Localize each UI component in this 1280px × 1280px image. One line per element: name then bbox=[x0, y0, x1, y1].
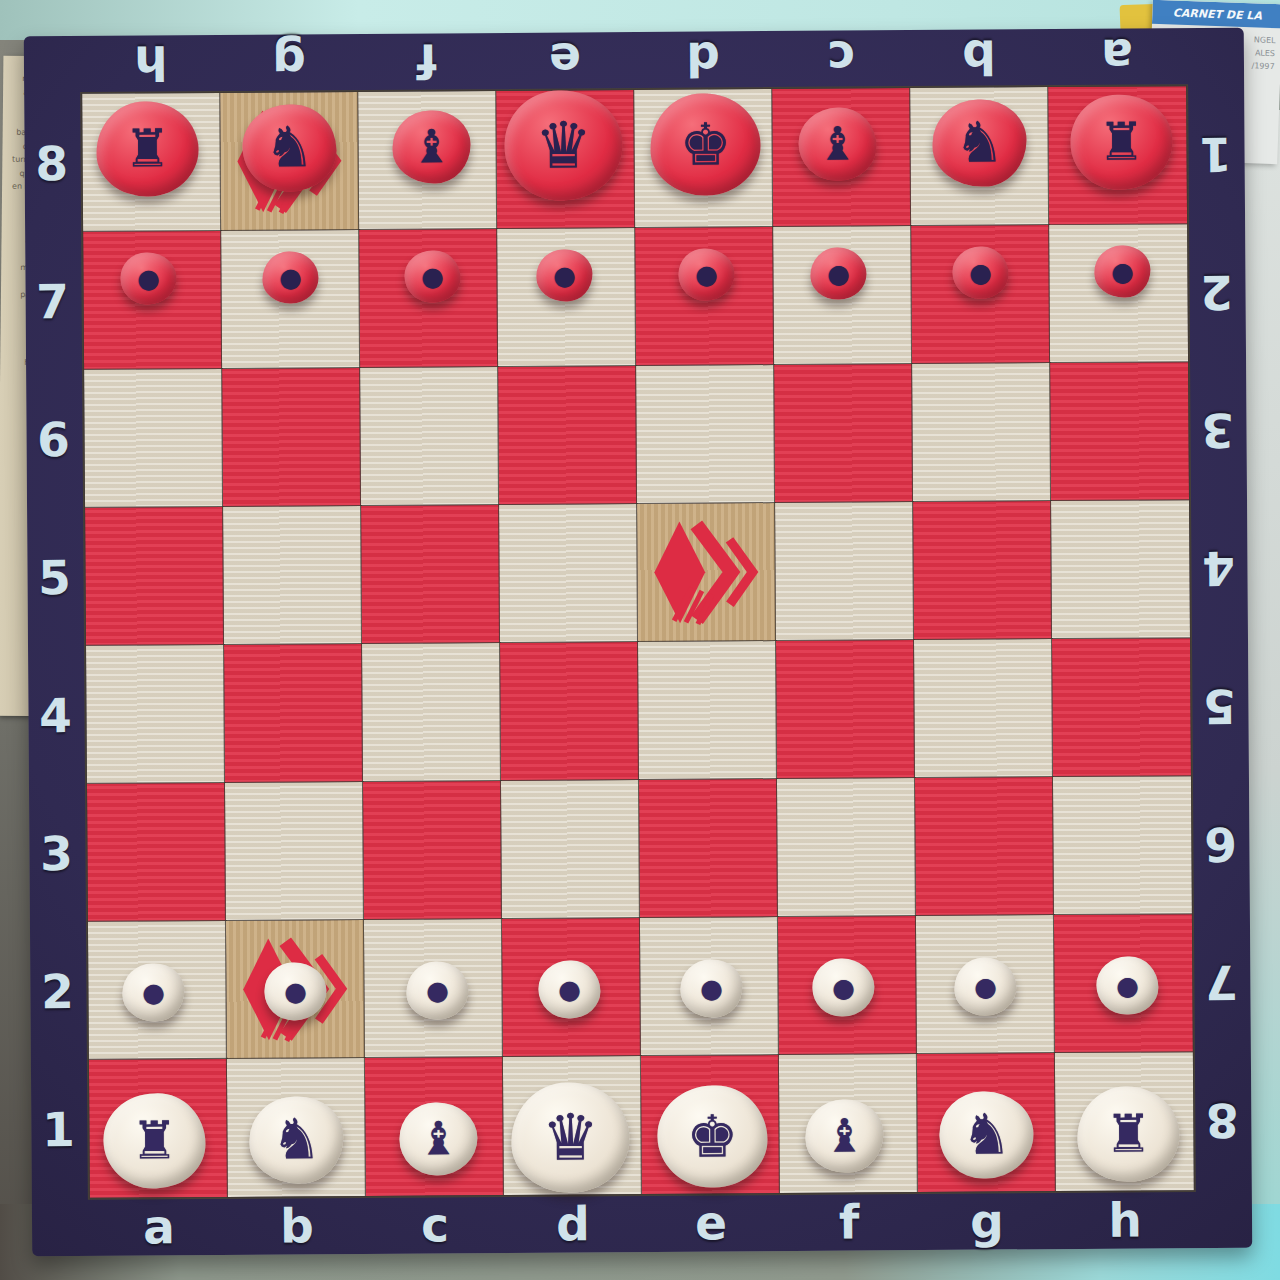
piece-red-pawn[interactable]: ● bbox=[262, 251, 318, 303]
piece-red-bishop[interactable]: ♝ bbox=[798, 107, 877, 181]
rook-glyph: ♜ bbox=[1105, 1107, 1152, 1159]
piece-red-knight[interactable]: ♞ bbox=[242, 104, 337, 192]
rank-label-left-7: 7 bbox=[23, 232, 82, 370]
square-a3[interactable] bbox=[87, 783, 226, 922]
rank-label-right-8: 8 bbox=[1193, 1052, 1252, 1190]
pawn-glyph: ● bbox=[426, 977, 449, 1003]
piece-white-pawn[interactable]: ● bbox=[406, 961, 468, 1019]
square-h8[interactable]: ♜ bbox=[1048, 86, 1187, 225]
king-glyph: ♚ bbox=[679, 115, 731, 173]
piece-white-pawn[interactable]: ● bbox=[680, 959, 742, 1017]
board-grid: ♜ ♞♝♛♚♝♞♜●●●●●●●● ● ●●●●●●●♜♞♝♛♚♝♞♜ bbox=[82, 86, 1194, 1198]
piece-white-knight[interactable]: ♞ bbox=[249, 1096, 344, 1184]
piece-white-bishop[interactable]: ♝ bbox=[805, 1099, 884, 1173]
piece-white-pawn[interactable]: ● bbox=[812, 958, 874, 1016]
piece-red-knight[interactable]: ♞ bbox=[932, 99, 1027, 187]
rank-label-left-6: 6 bbox=[24, 370, 83, 508]
square-d7[interactable]: ● bbox=[497, 228, 636, 367]
pawn-glyph: ● bbox=[279, 264, 302, 290]
file-label-bottom-h: h bbox=[1056, 1188, 1194, 1251]
piece-red-pawn[interactable]: ● bbox=[404, 250, 460, 302]
square-f1[interactable]: ♝ bbox=[779, 1054, 918, 1193]
square-d4[interactable] bbox=[500, 642, 639, 781]
square-a5[interactable] bbox=[85, 507, 224, 646]
pawn-glyph: ● bbox=[700, 975, 723, 1001]
bishop-glyph: ♝ bbox=[824, 1112, 866, 1158]
square-a7[interactable]: ● bbox=[83, 231, 222, 370]
file-label-bottom-c: c bbox=[366, 1193, 504, 1256]
square-h3[interactable] bbox=[1053, 776, 1192, 915]
square-g4[interactable] bbox=[914, 639, 1053, 778]
rook-glyph: ♜ bbox=[1098, 115, 1145, 167]
square-e7[interactable]: ● bbox=[635, 227, 774, 366]
square-g2[interactable]: ● bbox=[916, 915, 1055, 1054]
piece-white-bishop[interactable]: ♝ bbox=[399, 1102, 478, 1176]
file-label-top-c: c bbox=[772, 28, 910, 89]
pawn-glyph: ● bbox=[1116, 973, 1139, 999]
pawn-glyph: ● bbox=[137, 265, 160, 291]
square-e2[interactable]: ● bbox=[640, 917, 779, 1056]
square-b8[interactable]: ♞ bbox=[220, 92, 359, 231]
square-f6[interactable] bbox=[774, 364, 913, 503]
square-e4[interactable] bbox=[638, 641, 777, 780]
queen-glyph: ♛ bbox=[535, 113, 593, 177]
square-b5[interactable] bbox=[223, 506, 362, 645]
pawn-glyph: ● bbox=[827, 261, 850, 287]
rank-label-right-6: 6 bbox=[1191, 776, 1250, 914]
file-label-bottom-g: g bbox=[918, 1189, 1056, 1252]
queen-glyph: ♛ bbox=[542, 1105, 600, 1169]
hive-logo-icon bbox=[647, 511, 767, 633]
file-label-top-g: g bbox=[220, 32, 358, 93]
left-rank-labels: 87654321 bbox=[22, 94, 88, 1198]
piece-red-pawn[interactable]: ● bbox=[810, 247, 866, 299]
rank-label-right-3: 3 bbox=[1188, 362, 1247, 500]
piece-red-pawn[interactable]: ● bbox=[952, 246, 1008, 298]
square-a1[interactable]: ♜ bbox=[89, 1059, 228, 1198]
bottom-file-labels: abcdefgh bbox=[90, 1188, 1194, 1258]
square-c4[interactable] bbox=[362, 643, 501, 782]
piece-red-pawn[interactable]: ● bbox=[120, 252, 176, 304]
knight-glyph: ♞ bbox=[264, 119, 315, 175]
rank-label-left-2: 2 bbox=[28, 922, 87, 1060]
file-label-top-e: e bbox=[496, 30, 634, 91]
piece-white-rook[interactable]: ♜ bbox=[103, 1093, 206, 1189]
rook-glyph: ♜ bbox=[131, 1114, 178, 1166]
square-e5[interactable] bbox=[637, 503, 776, 642]
piece-red-bishop[interactable]: ♝ bbox=[392, 110, 471, 184]
pawn-glyph: ● bbox=[142, 979, 165, 1005]
file-label-top-h: h bbox=[82, 33, 220, 94]
square-e1[interactable]: ♚ bbox=[641, 1055, 780, 1194]
knight-glyph: ♞ bbox=[961, 1106, 1012, 1162]
piece-white-pawn[interactable]: ● bbox=[954, 957, 1016, 1015]
piece-red-pawn[interactable]: ● bbox=[1094, 245, 1150, 297]
rank-label-right-1: 1 bbox=[1186, 86, 1245, 224]
chess-board: hgfedcba abcdefgh 87654321 12345678 ♜ ♞♝… bbox=[24, 28, 1252, 1256]
piece-white-rook[interactable]: ♜ bbox=[1077, 1086, 1180, 1182]
piece-white-king[interactable]: ♚ bbox=[657, 1085, 768, 1188]
square-e8[interactable]: ♚ bbox=[634, 89, 773, 228]
bishop-glyph: ♝ bbox=[817, 120, 859, 166]
piece-red-queen[interactable]: ♛ bbox=[504, 90, 623, 201]
piece-white-pawn[interactable]: ● bbox=[538, 960, 600, 1018]
square-c2[interactable]: ● bbox=[364, 919, 503, 1058]
square-h2[interactable]: ● bbox=[1054, 914, 1193, 1053]
rank-label-right-4: 4 bbox=[1189, 500, 1248, 638]
square-g1[interactable]: ♞ bbox=[917, 1053, 1056, 1192]
rank-label-right-5: 5 bbox=[1190, 638, 1249, 776]
rank-label-left-3: 3 bbox=[27, 784, 86, 922]
rank-label-left-4: 4 bbox=[26, 646, 85, 784]
piece-red-king[interactable]: ♚ bbox=[650, 93, 761, 196]
square-g3[interactable] bbox=[915, 777, 1054, 916]
rank-label-left-5: 5 bbox=[25, 508, 84, 646]
square-h5[interactable] bbox=[1051, 500, 1190, 639]
square-a4[interactable] bbox=[86, 645, 225, 784]
piece-white-pawn[interactable]: ● bbox=[1096, 956, 1158, 1014]
piece-red-rook[interactable]: ♜ bbox=[1070, 94, 1173, 190]
pawn-glyph: ● bbox=[832, 974, 855, 1000]
square-b3[interactable] bbox=[225, 782, 364, 921]
pawn-glyph: ● bbox=[284, 978, 307, 1004]
square-c3[interactable] bbox=[363, 781, 502, 920]
square-f8[interactable]: ♝ bbox=[772, 88, 911, 227]
file-label-bottom-a: a bbox=[90, 1195, 228, 1258]
knight-glyph: ♞ bbox=[271, 1111, 322, 1167]
file-label-bottom-b: b bbox=[228, 1194, 366, 1257]
square-h7[interactable]: ● bbox=[1049, 224, 1188, 363]
piece-white-pawn[interactable]: ● bbox=[122, 963, 184, 1021]
square-c7[interactable]: ● bbox=[359, 229, 498, 368]
square-e6[interactable] bbox=[636, 365, 775, 504]
square-d5[interactable] bbox=[499, 504, 638, 643]
king-glyph: ♚ bbox=[686, 1107, 738, 1165]
square-d6[interactable] bbox=[498, 366, 637, 505]
pawn-glyph: ● bbox=[695, 261, 718, 287]
rank-label-right-7: 7 bbox=[1192, 914, 1251, 1052]
square-e3[interactable] bbox=[639, 779, 778, 918]
file-label-top-d: d bbox=[634, 29, 772, 90]
piece-white-queen[interactable]: ♛ bbox=[511, 1082, 630, 1193]
square-c8[interactable]: ♝ bbox=[358, 91, 497, 230]
file-label-bottom-d: d bbox=[504, 1192, 642, 1255]
pawn-glyph: ● bbox=[421, 263, 444, 289]
pawn-glyph: ● bbox=[1111, 259, 1134, 285]
square-a2[interactable]: ● bbox=[88, 921, 227, 1060]
square-b1[interactable]: ♞ bbox=[227, 1058, 366, 1197]
knight-glyph: ♞ bbox=[954, 114, 1005, 170]
file-label-bottom-e: e bbox=[642, 1191, 780, 1254]
top-file-labels: hgfedcba bbox=[82, 26, 1186, 94]
square-f4[interactable] bbox=[776, 640, 915, 779]
square-f5[interactable] bbox=[775, 502, 914, 641]
file-label-top-a: a bbox=[1048, 26, 1186, 87]
square-g5[interactable] bbox=[913, 501, 1052, 640]
file-label-bottom-f: f bbox=[780, 1190, 918, 1253]
piece-red-rook[interactable]: ♜ bbox=[96, 101, 199, 197]
piece-red-pawn[interactable]: ● bbox=[678, 248, 734, 300]
pawn-glyph: ● bbox=[969, 260, 992, 286]
rook-glyph: ♜ bbox=[124, 122, 171, 174]
rank-label-left-1: 1 bbox=[29, 1060, 88, 1198]
square-d8[interactable]: ♛ bbox=[496, 90, 635, 229]
square-h4[interactable] bbox=[1052, 638, 1191, 777]
square-b6[interactable] bbox=[222, 368, 361, 507]
square-c6[interactable] bbox=[360, 367, 499, 506]
square-c5[interactable] bbox=[361, 505, 500, 644]
pawn-glyph: ● bbox=[553, 262, 576, 288]
square-f3[interactable] bbox=[777, 778, 916, 917]
bishop-glyph: ♝ bbox=[411, 123, 453, 169]
piece-white-knight[interactable]: ♞ bbox=[939, 1091, 1034, 1179]
square-g7[interactable]: ● bbox=[911, 225, 1050, 364]
photo-scene: rara bajoal Señor.Dios, enlazo delbajo d… bbox=[0, 0, 1280, 1280]
bishop-glyph: ♝ bbox=[418, 1115, 460, 1161]
square-g8[interactable]: ♞ bbox=[910, 87, 1049, 226]
piece-red-pawn[interactable]: ● bbox=[536, 249, 592, 301]
square-f2[interactable]: ● bbox=[778, 916, 917, 1055]
square-c1[interactable]: ♝ bbox=[365, 1057, 504, 1196]
square-d3[interactable] bbox=[501, 780, 640, 919]
file-label-top-f: f bbox=[358, 31, 496, 92]
square-f7[interactable]: ● bbox=[773, 226, 912, 365]
pawn-glyph: ● bbox=[558, 976, 581, 1002]
square-g6[interactable] bbox=[912, 363, 1051, 502]
square-b7[interactable]: ● bbox=[221, 230, 360, 369]
square-h1[interactable]: ♜ bbox=[1055, 1052, 1194, 1191]
rank-label-left-8: 8 bbox=[22, 94, 81, 232]
square-b2[interactable]: ● bbox=[226, 920, 365, 1059]
square-h6[interactable] bbox=[1050, 362, 1189, 501]
right-rank-labels: 12345678 bbox=[1186, 86, 1252, 1190]
square-a6[interactable] bbox=[84, 369, 223, 508]
square-d2[interactable]: ● bbox=[502, 918, 641, 1057]
rank-label-right-2: 2 bbox=[1187, 224, 1246, 362]
square-b4[interactable] bbox=[224, 644, 363, 783]
square-d1[interactable]: ♛ bbox=[503, 1056, 642, 1195]
file-label-top-b: b bbox=[910, 27, 1048, 88]
pawn-glyph: ● bbox=[974, 974, 997, 1000]
square-a8[interactable]: ♜ bbox=[82, 93, 221, 232]
